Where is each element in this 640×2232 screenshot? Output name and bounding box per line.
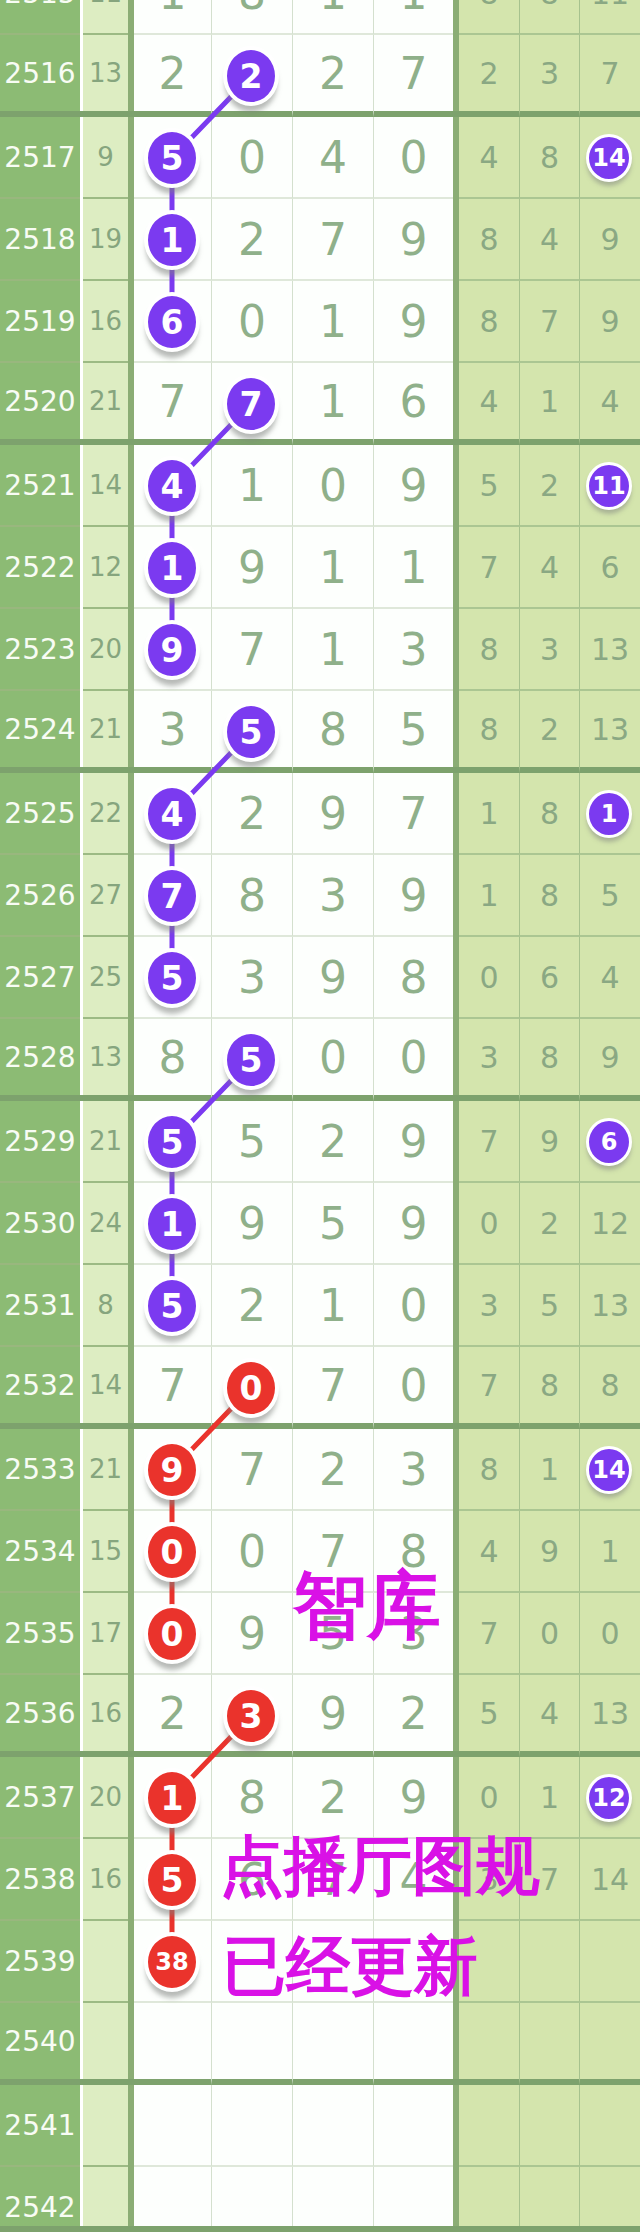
watermark-text: 已经更新: [222, 1934, 478, 1998]
trend-connector-line: [172, 404, 251, 486]
trend-connector-line: [172, 1716, 251, 1798]
watermark-text: 点播厅图规: [220, 1834, 540, 1898]
trend-connector-line: [172, 732, 251, 814]
trend-connector-line: [172, 1060, 251, 1142]
lottery-trend-chart-screen: 2515111811881125161322723725179040482518…: [0, 0, 640, 2232]
watermark-text: 智库: [293, 1568, 441, 1642]
trend-connector-line: [172, 76, 251, 158]
trend-connector-line: [172, 1388, 251, 1470]
